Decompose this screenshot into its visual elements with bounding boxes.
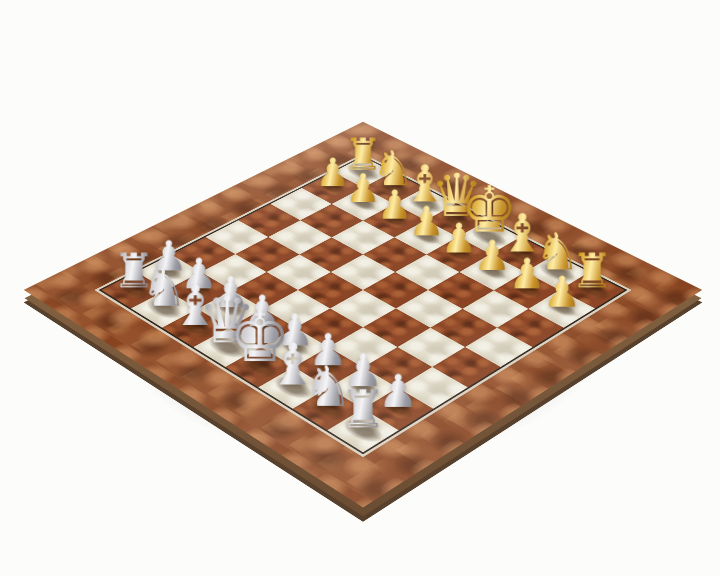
board-top-face <box>24 122 703 508</box>
board-burl-border <box>24 122 703 508</box>
chess-board: ♜♞♝♛♚♝♞♜♟♟♟♟♟♟♟♟♟♟♟♟♟♟♟♟♜♞♝♛♚♝♞♜ <box>24 122 703 508</box>
photo-background: ♜♞♝♛♚♝♞♜♟♟♟♟♟♟♟♟♟♟♟♟♟♟♟♟♜♞♝♛♚♝♞♜ <box>0 0 720 576</box>
